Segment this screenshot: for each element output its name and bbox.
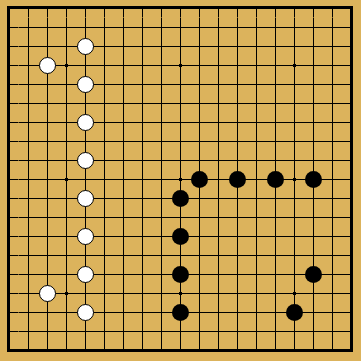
intersection[interactable] — [38, 303, 57, 322]
intersection[interactable] — [0, 322, 19, 341]
intersection[interactable] — [209, 56, 228, 75]
intersection[interactable] — [342, 151, 361, 170]
intersection[interactable] — [304, 56, 323, 75]
intersection[interactable] — [152, 208, 171, 227]
intersection[interactable] — [209, 208, 228, 227]
intersection[interactable] — [133, 37, 152, 56]
intersection[interactable] — [114, 189, 133, 208]
intersection[interactable] — [152, 341, 171, 360]
intersection[interactable] — [114, 113, 133, 132]
intersection[interactable] — [266, 303, 285, 322]
intersection[interactable] — [19, 246, 38, 265]
intersection[interactable] — [133, 189, 152, 208]
intersection[interactable] — [171, 189, 190, 208]
intersection[interactable] — [0, 170, 19, 189]
intersection[interactable] — [152, 0, 171, 18]
intersection[interactable] — [266, 94, 285, 113]
intersection[interactable] — [190, 303, 209, 322]
intersection[interactable] — [133, 227, 152, 246]
intersection[interactable] — [247, 37, 266, 56]
intersection[interactable] — [171, 151, 190, 170]
intersection[interactable] — [114, 322, 133, 341]
intersection[interactable] — [57, 37, 76, 56]
intersection[interactable] — [228, 132, 247, 151]
intersection[interactable] — [76, 227, 95, 246]
intersection[interactable] — [342, 246, 361, 265]
intersection[interactable] — [0, 56, 19, 75]
intersection[interactable] — [19, 113, 38, 132]
intersection[interactable] — [247, 341, 266, 360]
intersection[interactable] — [133, 132, 152, 151]
intersection[interactable] — [323, 189, 342, 208]
intersection[interactable] — [304, 0, 323, 18]
intersection[interactable] — [228, 56, 247, 75]
intersection[interactable] — [38, 132, 57, 151]
intersection[interactable] — [19, 227, 38, 246]
intersection[interactable] — [38, 322, 57, 341]
intersection[interactable] — [95, 341, 114, 360]
intersection[interactable] — [266, 132, 285, 151]
intersection[interactable] — [152, 132, 171, 151]
intersection[interactable] — [266, 75, 285, 94]
intersection[interactable] — [95, 113, 114, 132]
intersection[interactable] — [57, 284, 76, 303]
intersection[interactable] — [19, 170, 38, 189]
intersection[interactable] — [209, 246, 228, 265]
intersection[interactable] — [247, 132, 266, 151]
intersection[interactable] — [228, 151, 247, 170]
intersection[interactable] — [19, 151, 38, 170]
intersection[interactable] — [228, 113, 247, 132]
intersection[interactable] — [266, 246, 285, 265]
intersection[interactable] — [285, 56, 304, 75]
intersection[interactable] — [209, 132, 228, 151]
intersection[interactable] — [19, 94, 38, 113]
intersection[interactable] — [57, 94, 76, 113]
intersection[interactable] — [38, 284, 57, 303]
intersection[interactable] — [266, 265, 285, 284]
intersection[interactable] — [133, 284, 152, 303]
intersection[interactable] — [76, 341, 95, 360]
intersection[interactable] — [0, 265, 19, 284]
intersection[interactable] — [95, 94, 114, 113]
intersection[interactable] — [228, 265, 247, 284]
intersection[interactable] — [57, 56, 76, 75]
intersection[interactable] — [323, 113, 342, 132]
intersection[interactable] — [247, 151, 266, 170]
intersection[interactable] — [76, 94, 95, 113]
intersection[interactable] — [304, 303, 323, 322]
intersection[interactable] — [57, 322, 76, 341]
intersection[interactable] — [114, 265, 133, 284]
intersection[interactable] — [323, 170, 342, 189]
intersection[interactable] — [114, 170, 133, 189]
intersection[interactable] — [0, 18, 19, 37]
intersection[interactable] — [114, 18, 133, 37]
intersection[interactable] — [19, 18, 38, 37]
intersection[interactable] — [0, 284, 19, 303]
intersection[interactable] — [323, 37, 342, 56]
intersection[interactable] — [133, 18, 152, 37]
intersection[interactable] — [247, 18, 266, 37]
intersection[interactable] — [304, 322, 323, 341]
intersection[interactable] — [247, 56, 266, 75]
intersection[interactable] — [171, 113, 190, 132]
intersection[interactable] — [133, 265, 152, 284]
intersection[interactable] — [342, 0, 361, 18]
intersection[interactable] — [19, 265, 38, 284]
intersection[interactable] — [38, 189, 57, 208]
intersection[interactable] — [38, 75, 57, 94]
intersection[interactable] — [190, 284, 209, 303]
intersection[interactable] — [95, 170, 114, 189]
intersection[interactable] — [247, 284, 266, 303]
intersection[interactable] — [133, 322, 152, 341]
intersection[interactable] — [228, 75, 247, 94]
intersection[interactable] — [266, 284, 285, 303]
intersection[interactable] — [209, 189, 228, 208]
intersection[interactable] — [323, 303, 342, 322]
intersection[interactable] — [95, 18, 114, 37]
intersection[interactable] — [266, 56, 285, 75]
intersection[interactable] — [152, 322, 171, 341]
intersection[interactable] — [95, 208, 114, 227]
intersection[interactable] — [323, 56, 342, 75]
intersection[interactable] — [190, 322, 209, 341]
intersection[interactable] — [285, 132, 304, 151]
intersection[interactable] — [228, 94, 247, 113]
intersection[interactable] — [57, 189, 76, 208]
intersection[interactable] — [323, 75, 342, 94]
intersection[interactable] — [209, 284, 228, 303]
intersection[interactable] — [247, 113, 266, 132]
intersection[interactable] — [285, 189, 304, 208]
intersection[interactable] — [0, 113, 19, 132]
intersection[interactable] — [95, 322, 114, 341]
intersection[interactable] — [95, 56, 114, 75]
intersection[interactable] — [304, 246, 323, 265]
intersection[interactable] — [152, 246, 171, 265]
intersection[interactable] — [171, 94, 190, 113]
intersection[interactable] — [304, 37, 323, 56]
intersection[interactable] — [228, 322, 247, 341]
intersection[interactable] — [190, 246, 209, 265]
intersection[interactable] — [76, 170, 95, 189]
intersection[interactable] — [342, 303, 361, 322]
intersection[interactable] — [266, 189, 285, 208]
intersection[interactable] — [342, 56, 361, 75]
intersection[interactable] — [228, 37, 247, 56]
intersection[interactable] — [19, 303, 38, 322]
intersection[interactable] — [209, 265, 228, 284]
intersection[interactable] — [190, 37, 209, 56]
intersection[interactable] — [285, 341, 304, 360]
intersection[interactable] — [114, 341, 133, 360]
intersection[interactable] — [171, 170, 190, 189]
intersection[interactable] — [38, 56, 57, 75]
intersection[interactable] — [266, 341, 285, 360]
intersection[interactable] — [76, 37, 95, 56]
intersection[interactable] — [247, 0, 266, 18]
intersection[interactable] — [133, 94, 152, 113]
intersection[interactable] — [76, 322, 95, 341]
intersection[interactable] — [266, 37, 285, 56]
intersection[interactable] — [285, 303, 304, 322]
intersection[interactable] — [152, 303, 171, 322]
intersection[interactable] — [76, 132, 95, 151]
intersection[interactable] — [342, 75, 361, 94]
intersection[interactable] — [114, 75, 133, 94]
intersection[interactable] — [19, 189, 38, 208]
intersection[interactable] — [76, 151, 95, 170]
intersection[interactable] — [323, 341, 342, 360]
intersection[interactable] — [342, 94, 361, 113]
intersection[interactable] — [76, 0, 95, 18]
intersection[interactable] — [0, 0, 19, 18]
intersection[interactable] — [190, 208, 209, 227]
intersection[interactable] — [171, 246, 190, 265]
intersection[interactable] — [266, 0, 285, 18]
intersection[interactable] — [190, 113, 209, 132]
intersection[interactable] — [152, 227, 171, 246]
intersection[interactable] — [133, 0, 152, 18]
intersection[interactable] — [247, 208, 266, 227]
intersection[interactable] — [38, 0, 57, 18]
intersection[interactable] — [95, 0, 114, 18]
intersection[interactable] — [228, 170, 247, 189]
intersection[interactable] — [190, 0, 209, 18]
intersection[interactable] — [228, 227, 247, 246]
intersection[interactable] — [266, 113, 285, 132]
intersection[interactable] — [95, 303, 114, 322]
intersection[interactable] — [342, 132, 361, 151]
intersection[interactable] — [266, 208, 285, 227]
intersection[interactable] — [190, 56, 209, 75]
intersection[interactable] — [228, 18, 247, 37]
intersection[interactable] — [323, 151, 342, 170]
intersection[interactable] — [209, 151, 228, 170]
intersection[interactable] — [304, 113, 323, 132]
intersection[interactable] — [304, 265, 323, 284]
intersection[interactable] — [114, 0, 133, 18]
intersection[interactable] — [304, 227, 323, 246]
intersection[interactable] — [133, 113, 152, 132]
intersection[interactable] — [304, 170, 323, 189]
intersection[interactable] — [114, 151, 133, 170]
intersection[interactable] — [19, 322, 38, 341]
intersection[interactable] — [38, 37, 57, 56]
intersection[interactable] — [152, 37, 171, 56]
intersection[interactable] — [285, 94, 304, 113]
intersection[interactable] — [247, 94, 266, 113]
intersection[interactable] — [171, 18, 190, 37]
intersection[interactable] — [171, 37, 190, 56]
intersection[interactable] — [247, 265, 266, 284]
intersection[interactable] — [95, 227, 114, 246]
intersection[interactable] — [190, 75, 209, 94]
intersection[interactable] — [38, 170, 57, 189]
intersection[interactable] — [133, 56, 152, 75]
intersection[interactable] — [342, 322, 361, 341]
intersection[interactable] — [57, 246, 76, 265]
intersection[interactable] — [114, 227, 133, 246]
intersection[interactable] — [323, 132, 342, 151]
intersection[interactable] — [209, 75, 228, 94]
intersection[interactable] — [95, 151, 114, 170]
intersection[interactable] — [57, 170, 76, 189]
intersection[interactable] — [38, 265, 57, 284]
intersection[interactable] — [57, 151, 76, 170]
intersection[interactable] — [57, 18, 76, 37]
intersection[interactable] — [342, 37, 361, 56]
intersection[interactable] — [304, 151, 323, 170]
intersection[interactable] — [228, 303, 247, 322]
intersection[interactable] — [19, 37, 38, 56]
intersection[interactable] — [171, 265, 190, 284]
intersection[interactable] — [228, 284, 247, 303]
intersection[interactable] — [285, 284, 304, 303]
intersection[interactable] — [342, 227, 361, 246]
intersection[interactable] — [247, 322, 266, 341]
intersection[interactable] — [57, 303, 76, 322]
intersection[interactable] — [342, 208, 361, 227]
intersection[interactable] — [114, 284, 133, 303]
intersection[interactable] — [19, 341, 38, 360]
intersection[interactable] — [171, 0, 190, 18]
intersection[interactable] — [0, 151, 19, 170]
intersection[interactable] — [209, 341, 228, 360]
intersection[interactable] — [171, 303, 190, 322]
intersection[interactable] — [209, 303, 228, 322]
intersection[interactable] — [95, 132, 114, 151]
intersection[interactable] — [57, 227, 76, 246]
intersection[interactable] — [304, 189, 323, 208]
intersection[interactable] — [285, 170, 304, 189]
intersection[interactable] — [190, 170, 209, 189]
intersection[interactable] — [38, 227, 57, 246]
intersection[interactable] — [171, 322, 190, 341]
intersection[interactable] — [285, 227, 304, 246]
intersection[interactable] — [209, 0, 228, 18]
intersection[interactable] — [171, 208, 190, 227]
intersection[interactable] — [0, 75, 19, 94]
intersection[interactable] — [95, 284, 114, 303]
intersection[interactable] — [228, 0, 247, 18]
intersection[interactable] — [190, 18, 209, 37]
intersection[interactable] — [285, 151, 304, 170]
intersection[interactable] — [152, 265, 171, 284]
intersection[interactable] — [114, 303, 133, 322]
intersection[interactable] — [133, 341, 152, 360]
intersection[interactable] — [342, 189, 361, 208]
intersection[interactable] — [209, 227, 228, 246]
intersection[interactable] — [171, 56, 190, 75]
intersection[interactable] — [247, 227, 266, 246]
intersection[interactable] — [76, 246, 95, 265]
intersection[interactable] — [247, 246, 266, 265]
intersection[interactable] — [171, 284, 190, 303]
intersection[interactable] — [247, 303, 266, 322]
intersection[interactable] — [342, 341, 361, 360]
intersection[interactable] — [0, 189, 19, 208]
intersection[interactable] — [190, 151, 209, 170]
intersection[interactable] — [114, 37, 133, 56]
intersection[interactable] — [266, 170, 285, 189]
intersection[interactable] — [228, 208, 247, 227]
intersection[interactable] — [114, 132, 133, 151]
intersection[interactable] — [228, 341, 247, 360]
intersection[interactable] — [342, 284, 361, 303]
intersection[interactable] — [304, 18, 323, 37]
intersection[interactable] — [19, 132, 38, 151]
intersection[interactable] — [38, 246, 57, 265]
intersection[interactable] — [152, 151, 171, 170]
intersection[interactable] — [285, 246, 304, 265]
intersection[interactable] — [114, 246, 133, 265]
intersection[interactable] — [152, 170, 171, 189]
intersection[interactable] — [133, 151, 152, 170]
intersection[interactable] — [152, 75, 171, 94]
intersection[interactable] — [323, 208, 342, 227]
intersection[interactable] — [323, 227, 342, 246]
intersection[interactable] — [95, 75, 114, 94]
intersection[interactable] — [304, 75, 323, 94]
intersection[interactable] — [304, 341, 323, 360]
intersection[interactable] — [0, 246, 19, 265]
intersection[interactable] — [38, 18, 57, 37]
intersection[interactable] — [57, 113, 76, 132]
intersection[interactable] — [95, 189, 114, 208]
intersection[interactable] — [304, 94, 323, 113]
intersection[interactable] — [285, 75, 304, 94]
intersection[interactable] — [285, 37, 304, 56]
intersection[interactable] — [152, 18, 171, 37]
intersection[interactable] — [57, 132, 76, 151]
intersection[interactable] — [285, 265, 304, 284]
intersection[interactable] — [95, 265, 114, 284]
intersection[interactable] — [57, 341, 76, 360]
intersection[interactable] — [323, 0, 342, 18]
intersection[interactable] — [76, 18, 95, 37]
intersection[interactable] — [323, 94, 342, 113]
intersection[interactable] — [19, 56, 38, 75]
intersection[interactable] — [209, 94, 228, 113]
intersection[interactable] — [133, 170, 152, 189]
intersection[interactable] — [114, 56, 133, 75]
intersection[interactable] — [209, 322, 228, 341]
intersection[interactable] — [152, 94, 171, 113]
intersection[interactable] — [209, 113, 228, 132]
intersection[interactable] — [285, 322, 304, 341]
intersection[interactable] — [57, 265, 76, 284]
intersection[interactable] — [152, 113, 171, 132]
intersection[interactable] — [0, 303, 19, 322]
intersection[interactable] — [133, 75, 152, 94]
intersection[interactable] — [209, 170, 228, 189]
intersection[interactable] — [190, 94, 209, 113]
intersection[interactable] — [19, 284, 38, 303]
intersection[interactable] — [171, 341, 190, 360]
intersection[interactable] — [304, 284, 323, 303]
intersection[interactable] — [323, 246, 342, 265]
intersection[interactable] — [57, 0, 76, 18]
intersection[interactable] — [342, 170, 361, 189]
intersection[interactable] — [0, 341, 19, 360]
intersection[interactable] — [76, 113, 95, 132]
intersection[interactable] — [304, 132, 323, 151]
intersection[interactable] — [266, 18, 285, 37]
intersection[interactable] — [190, 265, 209, 284]
